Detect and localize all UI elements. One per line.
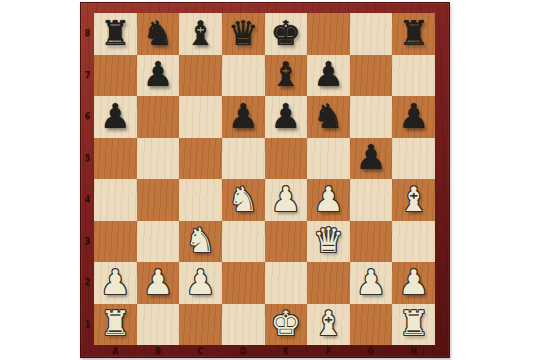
square-g2[interactable]: ♟ [350,262,393,304]
square-c6[interactable] [179,96,222,138]
square-b8[interactable]: ♞ [137,13,180,55]
piece-white-pawn: ♟ [100,265,130,299]
square-f1[interactable]: ♝ [307,304,350,346]
piece-white-pawn: ♟ [143,265,173,299]
square-a4[interactable] [94,179,137,221]
piece-black-bishop: ♝ [271,57,301,91]
square-e1[interactable]: ♚ [265,304,308,346]
square-h2[interactable]: ♟ [392,262,435,304]
piece-white-knight: ♞ [228,182,258,216]
square-f7[interactable]: ♟ [307,55,350,97]
piece-black-knight: ♞ [313,99,343,133]
board-frame: 87654321 ♜♞♝♛♚♜♟♝♟♟♟♟♞♟♟♞♟♟♝♞♛♟♟♟♟♟♜♚♝♜ … [80,2,450,358]
square-f5[interactable] [307,138,350,180]
square-g3[interactable] [350,221,393,263]
piece-black-bishop: ♝ [185,16,215,50]
square-b4[interactable] [137,179,180,221]
rank-labels: 87654321 [81,13,94,345]
piece-white-pawn: ♟ [356,265,386,299]
rank-label-3: 3 [81,221,94,263]
square-f6[interactable]: ♞ [307,96,350,138]
square-c5[interactable] [179,138,222,180]
piece-black-pawn: ♟ [356,140,386,174]
square-f8[interactable] [307,13,350,55]
piece-black-queen: ♛ [228,16,258,50]
file-label-c: C [179,345,222,358]
file-label-g: G [350,345,393,358]
square-b5[interactable] [137,138,180,180]
chess-board: ♜♞♝♛♚♜♟♝♟♟♟♟♞♟♟♞♟♟♝♞♛♟♟♟♟♟♜♚♝♜ [94,13,435,345]
piece-white-knight: ♞ [185,223,215,257]
square-a3[interactable] [94,221,137,263]
piece-white-bishop: ♝ [398,182,428,216]
square-f3[interactable]: ♛ [307,221,350,263]
square-b6[interactable] [137,96,180,138]
square-c7[interactable] [179,55,222,97]
chess-diagram: 87654321 ♜♞♝♛♚♜♟♝♟♟♟♟♞♟♟♞♟♟♝♞♛♟♟♟♟♟♜♚♝♜ … [0,0,540,360]
square-a6[interactable]: ♟ [94,96,137,138]
square-b1[interactable] [137,304,180,346]
rank-label-2: 2 [81,262,94,304]
rank-label-8: 8 [81,13,94,55]
square-g1[interactable] [350,304,393,346]
file-label-f: F [307,345,350,358]
square-g7[interactable] [350,55,393,97]
square-d7[interactable] [222,55,265,97]
piece-black-king: ♚ [271,16,301,50]
rank-label-6: 6 [81,96,94,138]
square-e8[interactable]: ♚ [265,13,308,55]
piece-black-pawn: ♟ [143,57,173,91]
square-h5[interactable] [392,138,435,180]
square-b2[interactable]: ♟ [137,262,180,304]
square-e4[interactable]: ♟ [265,179,308,221]
piece-black-pawn: ♟ [398,99,428,133]
square-e6[interactable]: ♟ [265,96,308,138]
square-d6[interactable]: ♟ [222,96,265,138]
square-c3[interactable]: ♞ [179,221,222,263]
square-e7[interactable]: ♝ [265,55,308,97]
piece-white-rook: ♜ [100,306,130,340]
rank-label-7: 7 [81,55,94,97]
square-a2[interactable]: ♟ [94,262,137,304]
piece-black-pawn: ♟ [313,57,343,91]
square-g4[interactable] [350,179,393,221]
square-h7[interactable] [392,55,435,97]
square-e2[interactable] [265,262,308,304]
square-c8[interactable]: ♝ [179,13,222,55]
file-labels: ABCDEFGH [94,345,435,358]
square-h4[interactable]: ♝ [392,179,435,221]
square-h8[interactable]: ♜ [392,13,435,55]
square-d4[interactable]: ♞ [222,179,265,221]
square-a1[interactable]: ♜ [94,304,137,346]
square-g8[interactable] [350,13,393,55]
square-c1[interactable] [179,304,222,346]
piece-black-rook: ♜ [398,16,428,50]
square-d3[interactable] [222,221,265,263]
square-d8[interactable]: ♛ [222,13,265,55]
piece-white-bishop: ♝ [313,306,343,340]
square-c2[interactable]: ♟ [179,262,222,304]
square-h6[interactable]: ♟ [392,96,435,138]
square-b3[interactable] [137,221,180,263]
square-d1[interactable] [222,304,265,346]
square-a5[interactable] [94,138,137,180]
piece-black-knight: ♞ [143,16,173,50]
piece-white-pawn: ♟ [398,265,428,299]
piece-white-pawn: ♟ [185,265,215,299]
square-d5[interactable] [222,138,265,180]
square-a8[interactable]: ♜ [94,13,137,55]
square-e5[interactable] [265,138,308,180]
piece-white-pawn: ♟ [313,182,343,216]
square-a7[interactable] [94,55,137,97]
rank-label-1: 1 [81,304,94,346]
piece-black-pawn: ♟ [228,99,258,133]
square-c4[interactable] [179,179,222,221]
rank-label-5: 5 [81,138,94,180]
piece-black-rook: ♜ [100,16,130,50]
file-label-d: D [222,345,265,358]
file-label-h: H [392,345,435,358]
square-d2[interactable] [222,262,265,304]
piece-black-pawn: ♟ [100,99,130,133]
square-b7[interactable]: ♟ [137,55,180,97]
piece-white-pawn: ♟ [271,182,301,216]
piece-white-rook: ♜ [398,306,428,340]
square-h1[interactable]: ♜ [392,304,435,346]
square-f2[interactable] [307,262,350,304]
file-label-a: A [94,345,137,358]
square-g5[interactable]: ♟ [350,138,393,180]
piece-black-pawn: ♟ [271,99,301,133]
square-h3[interactable] [392,221,435,263]
square-e3[interactable] [265,221,308,263]
square-g6[interactable] [350,96,393,138]
square-f4[interactable]: ♟ [307,179,350,221]
file-label-e: E [265,345,308,358]
piece-white-queen: ♛ [313,223,343,257]
piece-white-king: ♚ [271,306,301,340]
file-label-b: B [137,345,180,358]
rank-label-4: 4 [81,179,94,221]
